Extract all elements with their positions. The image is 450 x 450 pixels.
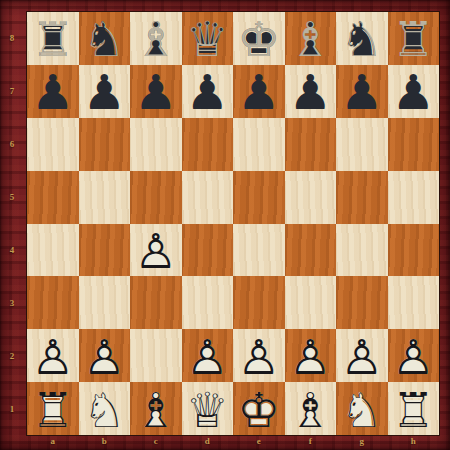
square-g3[interactable] (336, 276, 388, 329)
square-c8[interactable]: ♝♗ (130, 12, 182, 65)
rank-label-7: 7 (0, 65, 27, 118)
black-pawn[interactable]: ♟ (27, 65, 79, 118)
black-rook-outline: ♖ (388, 13, 440, 66)
square-f1[interactable]: ♝♗ (285, 382, 337, 435)
white-rook-outline: ♖ (27, 383, 79, 436)
rank-label-4: 4 (0, 224, 27, 277)
white-knight[interactable]: ♞♘ (336, 382, 388, 435)
white-bishop-outline: ♗ (285, 383, 337, 436)
white-pawn[interactable]: ♟♙ (27, 329, 79, 382)
black-pawn-glyph: ♟ (233, 66, 285, 119)
white-bishop[interactable]: ♝♗ (285, 382, 337, 435)
rank-label-6: 6 (0, 118, 27, 171)
rank-labels: 87654321 (0, 12, 27, 435)
square-c5[interactable] (130, 171, 182, 224)
white-knight-outline: ♘ (336, 383, 388, 436)
white-pawn-outline: ♙ (233, 330, 285, 383)
rank-label-8: 8 (0, 12, 27, 65)
white-queen[interactable]: ♛♕ (182, 382, 234, 435)
black-knight-outline: ♘ (79, 13, 131, 66)
chess-board-widget: ♜♖♞♘♝♗♛♕♚♔♝♗♞♘♜♖♟♟♟♟♟♟♟♟♟♙♟♙♟♙♟♙♟♙♟♙♟♙♟♙… (0, 0, 450, 450)
square-e5[interactable] (233, 171, 285, 224)
square-b4[interactable] (79, 224, 131, 277)
square-d1[interactable]: ♛♕ (182, 382, 234, 435)
rank-label-3: 3 (0, 276, 27, 329)
white-pawn[interactable]: ♟♙ (79, 329, 131, 382)
square-g2[interactable]: ♟♙ (336, 329, 388, 382)
black-pawn-glyph: ♟ (79, 66, 131, 119)
square-c2[interactable] (130, 329, 182, 382)
square-h5[interactable] (388, 171, 440, 224)
square-g5[interactable] (336, 171, 388, 224)
black-bishop-outline: ♗ (130, 13, 182, 66)
square-d4[interactable] (182, 224, 234, 277)
black-pawn[interactable]: ♟ (388, 65, 440, 118)
white-rook[interactable]: ♜♖ (388, 382, 440, 435)
white-pawn[interactable]: ♟♙ (233, 329, 285, 382)
square-h2[interactable]: ♟♙ (388, 329, 440, 382)
black-king-outline: ♔ (233, 13, 285, 66)
black-knight[interactable]: ♞♘ (79, 12, 131, 65)
square-g4[interactable] (336, 224, 388, 277)
square-h8[interactable]: ♜♖ (388, 12, 440, 65)
square-f5[interactable] (285, 171, 337, 224)
square-c4[interactable]: ♟♙ (130, 224, 182, 277)
black-pawn-glyph: ♟ (130, 66, 182, 119)
white-bishop[interactable]: ♝♗ (130, 382, 182, 435)
white-pawn[interactable]: ♟♙ (336, 329, 388, 382)
black-pawn[interactable]: ♟ (233, 65, 285, 118)
square-c1[interactable]: ♝♗ (130, 382, 182, 435)
file-label-d: d (182, 435, 234, 450)
white-pawn-outline: ♙ (130, 225, 182, 278)
square-f3[interactable] (285, 276, 337, 329)
square-e4[interactable] (233, 224, 285, 277)
white-pawn[interactable]: ♟♙ (130, 224, 182, 277)
square-h6[interactable] (388, 118, 440, 171)
square-g1[interactable]: ♞♘ (336, 382, 388, 435)
square-c3[interactable] (130, 276, 182, 329)
black-bishop[interactable]: ♝♗ (285, 12, 337, 65)
black-pawn[interactable]: ♟ (182, 65, 234, 118)
square-d2[interactable]: ♟♙ (182, 329, 234, 382)
square-a8[interactable]: ♜♖ (27, 12, 79, 65)
square-b8[interactable]: ♞♘ (79, 12, 131, 65)
square-c7[interactable]: ♟ (130, 65, 182, 118)
square-g6[interactable] (336, 118, 388, 171)
white-knight-outline: ♘ (79, 383, 131, 436)
white-pawn[interactable]: ♟♙ (388, 329, 440, 382)
square-a6[interactable] (27, 118, 79, 171)
rank-label-2: 2 (0, 329, 27, 382)
black-bishop[interactable]: ♝♗ (130, 12, 182, 65)
white-king[interactable]: ♚♔ (233, 382, 285, 435)
file-label-a: a (27, 435, 79, 450)
white-pawn-outline: ♙ (27, 330, 79, 383)
square-d8[interactable]: ♛♕ (182, 12, 234, 65)
file-label-g: g (336, 435, 388, 450)
black-pawn-glyph: ♟ (388, 66, 440, 119)
black-queen-outline: ♕ (182, 13, 234, 66)
black-queen[interactable]: ♛♕ (182, 12, 234, 65)
file-label-e: e (233, 435, 285, 450)
square-e1[interactable]: ♚♔ (233, 382, 285, 435)
white-pawn-outline: ♙ (388, 330, 440, 383)
square-d3[interactable] (182, 276, 234, 329)
chess-board: ♜♖♞♘♝♗♛♕♚♔♝♗♞♘♜♖♟♟♟♟♟♟♟♟♟♙♟♙♟♙♟♙♟♙♟♙♟♙♟♙… (27, 12, 439, 435)
square-b3[interactable] (79, 276, 131, 329)
square-b2[interactable]: ♟♙ (79, 329, 131, 382)
square-h3[interactable] (388, 276, 440, 329)
white-queen-outline: ♕ (182, 383, 234, 436)
white-bishop-outline: ♗ (130, 383, 182, 436)
black-pawn[interactable]: ♟ (79, 65, 131, 118)
square-b5[interactable] (79, 171, 131, 224)
square-h1[interactable]: ♜♖ (388, 382, 440, 435)
square-b6[interactable] (79, 118, 131, 171)
black-pawn-glyph: ♟ (27, 66, 79, 119)
square-f6[interactable] (285, 118, 337, 171)
square-a7[interactable]: ♟ (27, 65, 79, 118)
black-pawn[interactable]: ♟ (130, 65, 182, 118)
file-label-c: c (130, 435, 182, 450)
black-pawn[interactable]: ♟ (285, 65, 337, 118)
white-pawn-outline: ♙ (182, 330, 234, 383)
square-b1[interactable]: ♞♘ (79, 382, 131, 435)
square-f2[interactable]: ♟♙ (285, 329, 337, 382)
square-a5[interactable] (27, 171, 79, 224)
square-h7[interactable]: ♟ (388, 65, 440, 118)
file-label-b: b (79, 435, 131, 450)
black-king[interactable]: ♚♔ (233, 12, 285, 65)
square-h4[interactable] (388, 224, 440, 277)
file-labels: abcdefgh (27, 435, 439, 450)
square-d6[interactable] (182, 118, 234, 171)
square-d7[interactable]: ♟ (182, 65, 234, 118)
black-pawn[interactable]: ♟ (336, 65, 388, 118)
file-label-f: f (285, 435, 337, 450)
square-a1[interactable]: ♜♖ (27, 382, 79, 435)
white-pawn[interactable]: ♟♙ (182, 329, 234, 382)
black-bishop-outline: ♗ (285, 13, 337, 66)
square-e3[interactable] (233, 276, 285, 329)
black-rook[interactable]: ♜♖ (388, 12, 440, 65)
black-knight-outline: ♘ (336, 13, 388, 66)
square-g8[interactable]: ♞♘ (336, 12, 388, 65)
white-pawn-outline: ♙ (79, 330, 131, 383)
white-pawn-outline: ♙ (285, 330, 337, 383)
black-knight[interactable]: ♞♘ (336, 12, 388, 65)
rank-label-1: 1 (0, 382, 27, 435)
file-label-h: h (388, 435, 440, 450)
square-b7[interactable]: ♟ (79, 65, 131, 118)
square-e8[interactable]: ♚♔ (233, 12, 285, 65)
square-a2[interactable]: ♟♙ (27, 329, 79, 382)
black-rook-outline: ♖ (27, 13, 79, 66)
black-pawn-glyph: ♟ (285, 66, 337, 119)
white-pawn[interactable]: ♟♙ (285, 329, 337, 382)
square-c6[interactable] (130, 118, 182, 171)
white-king-outline: ♔ (233, 383, 285, 436)
black-pawn-glyph: ♟ (336, 66, 388, 119)
square-f7[interactable]: ♟ (285, 65, 337, 118)
white-rook[interactable]: ♜♖ (27, 382, 79, 435)
white-rook-outline: ♖ (388, 383, 440, 436)
square-f8[interactable]: ♝♗ (285, 12, 337, 65)
square-e7[interactable]: ♟ (233, 65, 285, 118)
white-knight[interactable]: ♞♘ (79, 382, 131, 435)
black-rook[interactable]: ♜♖ (27, 12, 79, 65)
black-pawn-glyph: ♟ (182, 66, 234, 119)
square-a3[interactable] (27, 276, 79, 329)
rank-label-5: 5 (0, 171, 27, 224)
square-e2[interactable]: ♟♙ (233, 329, 285, 382)
square-d5[interactable] (182, 171, 234, 224)
square-e6[interactable] (233, 118, 285, 171)
square-g7[interactable]: ♟ (336, 65, 388, 118)
square-f4[interactable] (285, 224, 337, 277)
square-a4[interactable] (27, 224, 79, 277)
white-pawn-outline: ♙ (336, 330, 388, 383)
